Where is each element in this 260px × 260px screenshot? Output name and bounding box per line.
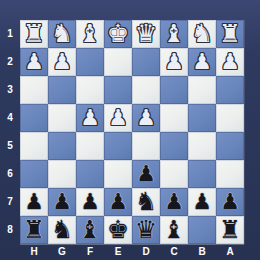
black-knight-g8: ♞ <box>51 216 73 244</box>
square-g3[interactable] <box>48 76 76 104</box>
square-h5[interactable] <box>20 132 48 160</box>
rank-label-7: 7 <box>0 188 20 216</box>
square-h1[interactable]: ♜ <box>20 20 48 48</box>
square-a2[interactable]: ♟ <box>216 48 244 76</box>
square-a4[interactable] <box>216 104 244 132</box>
square-c2[interactable]: ♟ <box>160 48 188 76</box>
square-b2[interactable]: ♟ <box>188 48 216 76</box>
square-a3[interactable] <box>216 76 244 104</box>
rank-label-8: 8 <box>0 216 20 244</box>
white-pawn-d4: ♟ <box>136 104 156 132</box>
square-b8[interactable] <box>188 216 216 244</box>
rank-label-1: 1 <box>0 20 20 48</box>
white-queen-d1: ♛ <box>135 20 157 48</box>
square-e7[interactable]: ♟ <box>104 188 132 216</box>
black-bishop-c8: ♝ <box>163 216 185 244</box>
square-h7[interactable]: ♟ <box>20 188 48 216</box>
black-king-e8: ♚ <box>107 216 129 244</box>
black-bishop-f8: ♝ <box>79 216 101 244</box>
square-f6[interactable] <box>76 160 104 188</box>
square-c6[interactable] <box>160 160 188 188</box>
square-e3[interactable] <box>104 76 132 104</box>
white-pawn-a2: ♟ <box>220 48 240 76</box>
chess-board: ♜♞♝♚♛♝♞♜♟♟♟♟♟♟♟♟♟♟♟♟♟♞♟♟♟♜♞♝♚♛♝♜ <box>20 20 244 244</box>
black-rook-a8: ♜ <box>219 216 241 244</box>
white-pawn-e4: ♟ <box>108 104 128 132</box>
square-f1[interactable]: ♝ <box>76 20 104 48</box>
black-pawn-a7: ♟ <box>220 188 240 216</box>
square-e5[interactable] <box>104 132 132 160</box>
white-bishop-c1: ♝ <box>163 20 185 48</box>
square-c3[interactable] <box>160 76 188 104</box>
file-label-g: G <box>48 244 76 260</box>
black-rook-h8: ♜ <box>23 216 45 244</box>
square-e8[interactable]: ♚ <box>104 216 132 244</box>
rank-labels: 12345678 <box>0 20 20 244</box>
square-a1[interactable]: ♜ <box>216 20 244 48</box>
square-d6[interactable]: ♟ <box>132 160 160 188</box>
square-g8[interactable]: ♞ <box>48 216 76 244</box>
square-h3[interactable] <box>20 76 48 104</box>
square-f3[interactable] <box>76 76 104 104</box>
square-g7[interactable]: ♟ <box>48 188 76 216</box>
square-b3[interactable] <box>188 76 216 104</box>
white-rook-h1: ♜ <box>23 20 45 48</box>
square-g4[interactable] <box>48 104 76 132</box>
square-e1[interactable]: ♚ <box>104 20 132 48</box>
white-pawn-b2: ♟ <box>192 48 212 76</box>
square-b1[interactable]: ♞ <box>188 20 216 48</box>
white-knight-g1: ♞ <box>51 20 73 48</box>
square-d2[interactable] <box>132 48 160 76</box>
square-g2[interactable]: ♟ <box>48 48 76 76</box>
square-e6[interactable] <box>104 160 132 188</box>
black-pawn-g7: ♟ <box>52 188 72 216</box>
square-b7[interactable]: ♟ <box>188 188 216 216</box>
square-a6[interactable] <box>216 160 244 188</box>
square-f4[interactable]: ♟ <box>76 104 104 132</box>
file-label-f: F <box>76 244 104 260</box>
square-e4[interactable]: ♟ <box>104 104 132 132</box>
square-f2[interactable] <box>76 48 104 76</box>
square-h8[interactable]: ♜ <box>20 216 48 244</box>
white-knight-b1: ♞ <box>191 20 213 48</box>
file-label-c: C <box>160 244 188 260</box>
square-d1[interactable]: ♛ <box>132 20 160 48</box>
square-b4[interactable] <box>188 104 216 132</box>
square-a7[interactable]: ♟ <box>216 188 244 216</box>
chess-board-frame: 12345678 ♜♞♝♚♛♝♞♜♟♟♟♟♟♟♟♟♟♟♟♟♟♞♟♟♟♜♞♝♚♛♝… <box>0 0 260 260</box>
square-f5[interactable] <box>76 132 104 160</box>
rank-label-4: 4 <box>0 104 20 132</box>
square-d8[interactable]: ♛ <box>132 216 160 244</box>
file-label-b: B <box>188 244 216 260</box>
white-pawn-g2: ♟ <box>52 48 72 76</box>
black-pawn-f7: ♟ <box>80 188 100 216</box>
black-pawn-e7: ♟ <box>108 188 128 216</box>
white-pawn-h2: ♟ <box>24 48 44 76</box>
rank-label-2: 2 <box>0 48 20 76</box>
square-c5[interactable] <box>160 132 188 160</box>
black-pawn-d6: ♟ <box>136 160 156 188</box>
square-c1[interactable]: ♝ <box>160 20 188 48</box>
white-pawn-f4: ♟ <box>80 104 100 132</box>
square-f8[interactable]: ♝ <box>76 216 104 244</box>
square-h2[interactable]: ♟ <box>20 48 48 76</box>
square-a8[interactable]: ♜ <box>216 216 244 244</box>
black-queen-d8: ♛ <box>135 216 157 244</box>
rank-label-3: 3 <box>0 76 20 104</box>
square-d5[interactable] <box>132 132 160 160</box>
file-label-h: H <box>20 244 48 260</box>
black-pawn-c7: ♟ <box>164 188 184 216</box>
square-d4[interactable]: ♟ <box>132 104 160 132</box>
square-g5[interactable] <box>48 132 76 160</box>
white-king-e1: ♚ <box>107 20 129 48</box>
white-pawn-c2: ♟ <box>164 48 184 76</box>
square-g6[interactable] <box>48 160 76 188</box>
black-knight-d7: ♞ <box>135 188 157 216</box>
square-e2[interactable] <box>104 48 132 76</box>
square-d3[interactable] <box>132 76 160 104</box>
square-d7[interactable]: ♞ <box>132 188 160 216</box>
square-c7[interactable]: ♟ <box>160 188 188 216</box>
square-c8[interactable]: ♝ <box>160 216 188 244</box>
rank-label-5: 5 <box>0 132 20 160</box>
square-b5[interactable] <box>188 132 216 160</box>
file-label-e: E <box>104 244 132 260</box>
white-bishop-f1: ♝ <box>79 20 101 48</box>
file-labels: HGFEDCBA <box>20 244 244 260</box>
black-pawn-b7: ♟ <box>192 188 212 216</box>
square-h6[interactable] <box>20 160 48 188</box>
square-h4[interactable] <box>20 104 48 132</box>
square-g1[interactable]: ♞ <box>48 20 76 48</box>
square-f7[interactable]: ♟ <box>76 188 104 216</box>
black-pawn-h7: ♟ <box>24 188 44 216</box>
file-label-a: A <box>216 244 244 260</box>
file-label-d: D <box>132 244 160 260</box>
white-rook-a1: ♜ <box>219 20 241 48</box>
square-b6[interactable] <box>188 160 216 188</box>
square-c4[interactable] <box>160 104 188 132</box>
rank-label-6: 6 <box>0 160 20 188</box>
square-a5[interactable] <box>216 132 244 160</box>
